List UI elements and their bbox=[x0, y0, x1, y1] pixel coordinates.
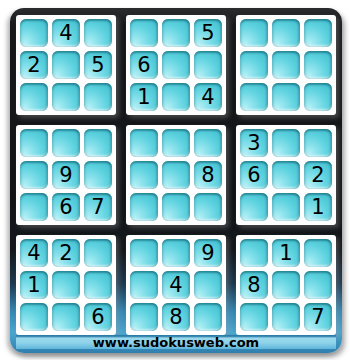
box-r2c3: 3621 bbox=[236, 125, 336, 225]
cell-r8c4[interactable] bbox=[130, 271, 158, 299]
cell-r2c3[interactable]: 5 bbox=[84, 51, 112, 79]
cell-r1c4[interactable] bbox=[130, 19, 158, 47]
box-r1c3 bbox=[236, 15, 336, 115]
cell-r3c8[interactable] bbox=[272, 83, 300, 111]
cell-r1c3[interactable] bbox=[84, 19, 112, 47]
cell-r4c5[interactable] bbox=[162, 129, 190, 157]
cell-r7c1[interactable]: 4 bbox=[20, 239, 48, 267]
cell-r5c4[interactable] bbox=[130, 161, 158, 189]
cell-r1c2[interactable]: 4 bbox=[52, 19, 80, 47]
cell-r9c5[interactable]: 8 bbox=[162, 303, 190, 331]
cell-r3c5[interactable] bbox=[162, 83, 190, 111]
cell-r9c8[interactable] bbox=[272, 303, 300, 331]
cell-r3c4[interactable]: 1 bbox=[130, 83, 158, 111]
cell-r4c4[interactable] bbox=[130, 129, 158, 157]
cell-r9c9[interactable]: 7 bbox=[304, 303, 332, 331]
cell-r5c3[interactable] bbox=[84, 161, 112, 189]
cell-r6c9[interactable]: 1 bbox=[304, 193, 332, 221]
website-url[interactable]: www.sudokusweb.com bbox=[93, 335, 259, 350]
cell-r2c9[interactable] bbox=[304, 51, 332, 79]
cell-r7c8[interactable]: 1 bbox=[272, 239, 300, 267]
cell-r2c1[interactable]: 2 bbox=[20, 51, 48, 79]
cell-r7c7[interactable] bbox=[240, 239, 268, 267]
cell-r6c1[interactable] bbox=[20, 193, 48, 221]
cell-r4c6[interactable] bbox=[194, 129, 222, 157]
cell-r9c3[interactable]: 6 bbox=[84, 303, 112, 331]
cell-r8c6[interactable] bbox=[194, 271, 222, 299]
cell-r3c1[interactable] bbox=[20, 83, 48, 111]
cell-r9c6[interactable] bbox=[194, 303, 222, 331]
cell-r5c9[interactable]: 2 bbox=[304, 161, 332, 189]
cell-r2c6[interactable] bbox=[194, 51, 222, 79]
cell-r8c2[interactable] bbox=[52, 271, 80, 299]
cell-r1c6[interactable]: 5 bbox=[194, 19, 222, 47]
cell-r1c1[interactable] bbox=[20, 19, 48, 47]
cell-r6c3[interactable]: 7 bbox=[84, 193, 112, 221]
cell-r3c3[interactable] bbox=[84, 83, 112, 111]
cell-r9c4[interactable] bbox=[130, 303, 158, 331]
cell-r8c1[interactable]: 1 bbox=[20, 271, 48, 299]
sudoku-board: 4255614967836214216948187 www.sudokusweb… bbox=[10, 8, 342, 353]
cell-r7c6[interactable]: 9 bbox=[194, 239, 222, 267]
cell-r3c6[interactable]: 4 bbox=[194, 83, 222, 111]
cell-r6c5[interactable] bbox=[162, 193, 190, 221]
box-r3c2: 948 bbox=[126, 235, 226, 335]
cell-r6c2[interactable]: 6 bbox=[52, 193, 80, 221]
cell-r1c9[interactable] bbox=[304, 19, 332, 47]
box-r1c2: 5614 bbox=[126, 15, 226, 115]
cell-r1c5[interactable] bbox=[162, 19, 190, 47]
cell-r5c7[interactable]: 6 bbox=[240, 161, 268, 189]
sudoku-grid: 4255614967836214216948187 bbox=[16, 15, 336, 335]
cell-r2c4[interactable]: 6 bbox=[130, 51, 158, 79]
cell-r1c7[interactable] bbox=[240, 19, 268, 47]
cell-r9c2[interactable] bbox=[52, 303, 80, 331]
cell-r4c9[interactable] bbox=[304, 129, 332, 157]
cell-r7c5[interactable] bbox=[162, 239, 190, 267]
cell-r2c5[interactable] bbox=[162, 51, 190, 79]
cell-r6c7[interactable] bbox=[240, 193, 268, 221]
footer-band: www.sudokusweb.com bbox=[16, 335, 336, 349]
cell-r2c2[interactable] bbox=[52, 51, 80, 79]
box-r3c1: 4216 bbox=[16, 235, 116, 335]
cell-r4c2[interactable] bbox=[52, 129, 80, 157]
cell-r5c5[interactable] bbox=[162, 161, 190, 189]
cell-r7c9[interactable] bbox=[304, 239, 332, 267]
cell-r7c3[interactable] bbox=[84, 239, 112, 267]
cell-r4c7[interactable]: 3 bbox=[240, 129, 268, 157]
box-r1c1: 425 bbox=[16, 15, 116, 115]
cell-r4c8[interactable] bbox=[272, 129, 300, 157]
box-r3c3: 187 bbox=[236, 235, 336, 335]
cell-r9c1[interactable] bbox=[20, 303, 48, 331]
cell-r6c4[interactable] bbox=[130, 193, 158, 221]
cell-r8c3[interactable] bbox=[84, 271, 112, 299]
cell-r4c1[interactable] bbox=[20, 129, 48, 157]
cell-r9c7[interactable] bbox=[240, 303, 268, 331]
cell-r2c8[interactable] bbox=[272, 51, 300, 79]
cell-r3c9[interactable] bbox=[304, 83, 332, 111]
cell-r8c9[interactable] bbox=[304, 271, 332, 299]
cell-r6c6[interactable] bbox=[194, 193, 222, 221]
cell-r7c2[interactable]: 2 bbox=[52, 239, 80, 267]
cell-r8c7[interactable]: 8 bbox=[240, 271, 268, 299]
cell-r8c8[interactable] bbox=[272, 271, 300, 299]
cell-r5c8[interactable] bbox=[272, 161, 300, 189]
box-r2c2: 8 bbox=[126, 125, 226, 225]
cell-r2c7[interactable] bbox=[240, 51, 268, 79]
box-r2c1: 967 bbox=[16, 125, 116, 225]
cell-r8c5[interactable]: 4 bbox=[162, 271, 190, 299]
cell-r1c8[interactable] bbox=[272, 19, 300, 47]
cell-r3c7[interactable] bbox=[240, 83, 268, 111]
cell-r7c4[interactable] bbox=[130, 239, 158, 267]
cell-r6c8[interactable] bbox=[272, 193, 300, 221]
cell-r3c2[interactable] bbox=[52, 83, 80, 111]
cell-r5c1[interactable] bbox=[20, 161, 48, 189]
cell-r5c2[interactable]: 9 bbox=[52, 161, 80, 189]
cell-r5c6[interactable]: 8 bbox=[194, 161, 222, 189]
cell-r4c3[interactable] bbox=[84, 129, 112, 157]
